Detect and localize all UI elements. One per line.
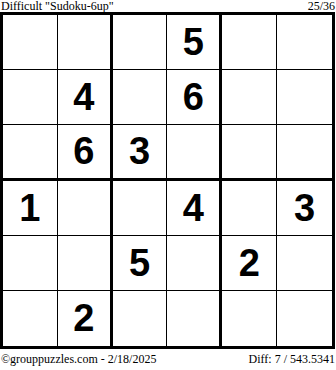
- cell-r1c1[interactable]: [3, 15, 58, 70]
- cell-r3c3: 3: [113, 125, 168, 180]
- cell-r5c6[interactable]: [277, 236, 332, 291]
- cell-r5c4[interactable]: [167, 236, 222, 291]
- difficulty-text: Diff: 7 / 543.5341: [249, 352, 335, 366]
- page-title: Difficult "Sudoku-6up": [1, 0, 114, 12]
- cell-r6c1[interactable]: [3, 291, 58, 346]
- cell-r4c5[interactable]: [222, 181, 277, 236]
- cell-r2c4: 6: [167, 70, 222, 125]
- cell-r6c4[interactable]: [167, 291, 222, 346]
- cells-remaining-counter: 25/36: [308, 0, 335, 12]
- cell-r2c3[interactable]: [113, 70, 168, 125]
- copyright-text: ©grouppuzzles.com - 2/18/2025: [1, 352, 156, 366]
- cell-r4c4: 4: [167, 181, 222, 236]
- cell-r5c3: 5: [113, 236, 168, 291]
- cell-r6c2: 2: [58, 291, 113, 346]
- cell-r1c6[interactable]: [277, 15, 332, 70]
- cell-r4c2[interactable]: [58, 181, 113, 236]
- cell-r3c1[interactable]: [3, 125, 58, 180]
- cell-r6c6[interactable]: [277, 291, 332, 346]
- cell-r1c5[interactable]: [222, 15, 277, 70]
- cell-r6c3[interactable]: [113, 291, 168, 346]
- cell-r1c2[interactable]: [58, 15, 113, 70]
- cell-r3c2: 6: [58, 125, 113, 180]
- cell-r4c3[interactable]: [113, 181, 168, 236]
- header: Difficult "Sudoku-6up" 25/36: [1, 0, 335, 12]
- cell-r3c6[interactable]: [277, 125, 332, 180]
- cell-r4c6: 3: [277, 181, 332, 236]
- sudoku-board: 54663143522: [0, 12, 335, 349]
- cell-r5c2[interactable]: [58, 236, 113, 291]
- cell-r2c5[interactable]: [222, 70, 277, 125]
- cell-r2c1[interactable]: [3, 70, 58, 125]
- cell-r2c2: 4: [58, 70, 113, 125]
- cell-r1c3[interactable]: [113, 15, 168, 70]
- cell-r1c4: 5: [167, 15, 222, 70]
- cell-r6c5[interactable]: [222, 291, 277, 346]
- footer: ©grouppuzzles.com - 2/18/2025 Diff: 7 / …: [1, 352, 335, 368]
- cell-r2c6[interactable]: [277, 70, 332, 125]
- cell-r5c5: 2: [222, 236, 277, 291]
- cell-r4c1: 1: [3, 181, 58, 236]
- cell-r3c5[interactable]: [222, 125, 277, 180]
- cell-r5c1[interactable]: [3, 236, 58, 291]
- puzzle-page: Difficult "Sudoku-6up" 25/36 54663143522…: [0, 0, 336, 370]
- cell-r3c4[interactable]: [167, 125, 222, 180]
